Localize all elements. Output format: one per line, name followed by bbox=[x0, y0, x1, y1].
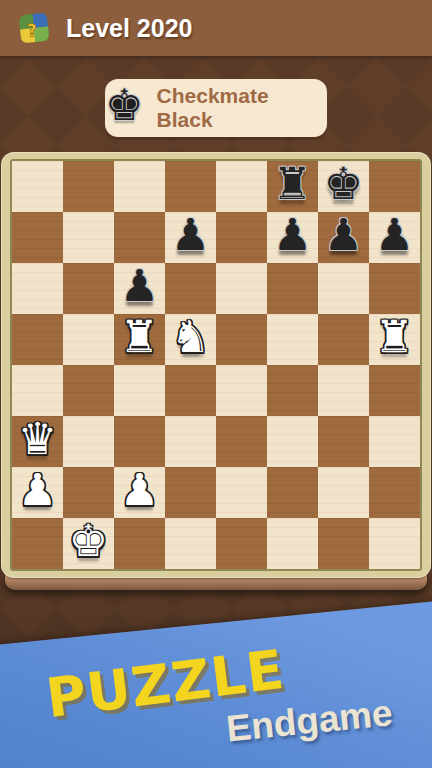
square-b1[interactable]: ♚ bbox=[63, 518, 114, 569]
square-g6[interactable] bbox=[318, 263, 369, 314]
puzzle-cube-icon: ? bbox=[17, 11, 51, 45]
square-h6[interactable] bbox=[369, 263, 420, 314]
square-e3[interactable] bbox=[216, 416, 267, 467]
footer-ribbon: PUZZLE Endgame bbox=[0, 597, 432, 768]
objective-banner: ♚ Checkmate Black bbox=[105, 79, 327, 137]
square-e6[interactable] bbox=[216, 263, 267, 314]
square-h8[interactable] bbox=[369, 161, 420, 212]
square-a6[interactable] bbox=[12, 263, 63, 314]
square-c6[interactable]: ♟ bbox=[114, 263, 165, 314]
square-g7[interactable]: ♟ bbox=[318, 212, 369, 263]
square-a5[interactable] bbox=[12, 314, 63, 365]
objective-label: Checkmate Black bbox=[157, 84, 327, 132]
top-bar: ? Level 2020 bbox=[0, 0, 432, 56]
square-f8[interactable]: ♜ bbox=[267, 161, 318, 212]
square-a3[interactable]: ♛ bbox=[12, 416, 63, 467]
square-c2[interactable]: ♟ bbox=[114, 467, 165, 518]
square-h4[interactable] bbox=[369, 365, 420, 416]
square-f7[interactable]: ♟ bbox=[267, 212, 318, 263]
square-e8[interactable] bbox=[216, 161, 267, 212]
square-g3[interactable] bbox=[318, 416, 369, 467]
square-f3[interactable] bbox=[267, 416, 318, 467]
black-king-icon: ♚ bbox=[105, 84, 144, 127]
square-h1[interactable] bbox=[369, 518, 420, 569]
square-b6[interactable] bbox=[63, 263, 114, 314]
square-c8[interactable] bbox=[114, 161, 165, 212]
square-e7[interactable] bbox=[216, 212, 267, 263]
square-b3[interactable] bbox=[63, 416, 114, 467]
chess-board: ♜♚♟♟♟♟♟♜♞♜♛♟♟♚ bbox=[10, 159, 422, 571]
white-rook-h5[interactable]: ♜ bbox=[375, 315, 414, 359]
square-f1[interactable] bbox=[267, 518, 318, 569]
square-d7[interactable]: ♟ bbox=[165, 212, 216, 263]
square-g2[interactable] bbox=[318, 467, 369, 518]
square-h2[interactable] bbox=[369, 467, 420, 518]
white-pawn-a2[interactable]: ♟ bbox=[18, 468, 57, 512]
black-pawn-c6[interactable]: ♟ bbox=[120, 264, 159, 308]
square-f2[interactable] bbox=[267, 467, 318, 518]
board-frame: ♜♚♟♟♟♟♟♜♞♜♛♟♟♚ bbox=[1, 152, 431, 578]
white-knight-d5[interactable]: ♞ bbox=[171, 315, 210, 359]
square-d6[interactable] bbox=[165, 263, 216, 314]
square-e2[interactable] bbox=[216, 467, 267, 518]
black-pawn-g7[interactable]: ♟ bbox=[324, 213, 363, 257]
square-b8[interactable] bbox=[63, 161, 114, 212]
black-rook-f8[interactable]: ♜ bbox=[273, 162, 312, 206]
square-e4[interactable] bbox=[216, 365, 267, 416]
square-b5[interactable] bbox=[63, 314, 114, 365]
square-c3[interactable] bbox=[114, 416, 165, 467]
black-pawn-d7[interactable]: ♟ bbox=[171, 213, 210, 257]
square-d1[interactable] bbox=[165, 518, 216, 569]
square-g4[interactable] bbox=[318, 365, 369, 416]
square-g8[interactable]: ♚ bbox=[318, 161, 369, 212]
square-e5[interactable] bbox=[216, 314, 267, 365]
square-c7[interactable] bbox=[114, 212, 165, 263]
square-h5[interactable]: ♜ bbox=[369, 314, 420, 365]
white-queen-a3[interactable]: ♛ bbox=[18, 417, 57, 461]
white-king-b1[interactable]: ♚ bbox=[69, 519, 108, 563]
square-a8[interactable] bbox=[12, 161, 63, 212]
square-h7[interactable]: ♟ bbox=[369, 212, 420, 263]
square-a7[interactable] bbox=[12, 212, 63, 263]
level-label: Level 2020 bbox=[66, 14, 193, 43]
square-b4[interactable] bbox=[63, 365, 114, 416]
square-d5[interactable]: ♞ bbox=[165, 314, 216, 365]
square-g5[interactable] bbox=[318, 314, 369, 365]
white-pawn-c2[interactable]: ♟ bbox=[120, 468, 159, 512]
black-pawn-h7[interactable]: ♟ bbox=[375, 213, 414, 257]
square-h3[interactable] bbox=[369, 416, 420, 467]
square-g1[interactable] bbox=[318, 518, 369, 569]
svg-text:?: ? bbox=[26, 20, 38, 41]
square-f5[interactable] bbox=[267, 314, 318, 365]
white-rook-c5[interactable]: ♜ bbox=[120, 315, 159, 359]
square-f6[interactable] bbox=[267, 263, 318, 314]
square-b7[interactable] bbox=[63, 212, 114, 263]
square-e1[interactable] bbox=[216, 518, 267, 569]
square-c4[interactable] bbox=[114, 365, 165, 416]
square-c1[interactable] bbox=[114, 518, 165, 569]
square-d2[interactable] bbox=[165, 467, 216, 518]
square-a1[interactable] bbox=[12, 518, 63, 569]
black-pawn-f7[interactable]: ♟ bbox=[273, 213, 312, 257]
square-a2[interactable]: ♟ bbox=[12, 467, 63, 518]
square-c5[interactable]: ♜ bbox=[114, 314, 165, 365]
square-d4[interactable] bbox=[165, 365, 216, 416]
square-d3[interactable] bbox=[165, 416, 216, 467]
square-b2[interactable] bbox=[63, 467, 114, 518]
square-f4[interactable] bbox=[267, 365, 318, 416]
square-a4[interactable] bbox=[12, 365, 63, 416]
black-king-g8[interactable]: ♚ bbox=[324, 162, 363, 206]
game-screen: ? Level 2020 ♚ Checkmate Black ♜♚♟♟♟♟♟♜♞… bbox=[0, 0, 432, 768]
square-d8[interactable] bbox=[165, 161, 216, 212]
